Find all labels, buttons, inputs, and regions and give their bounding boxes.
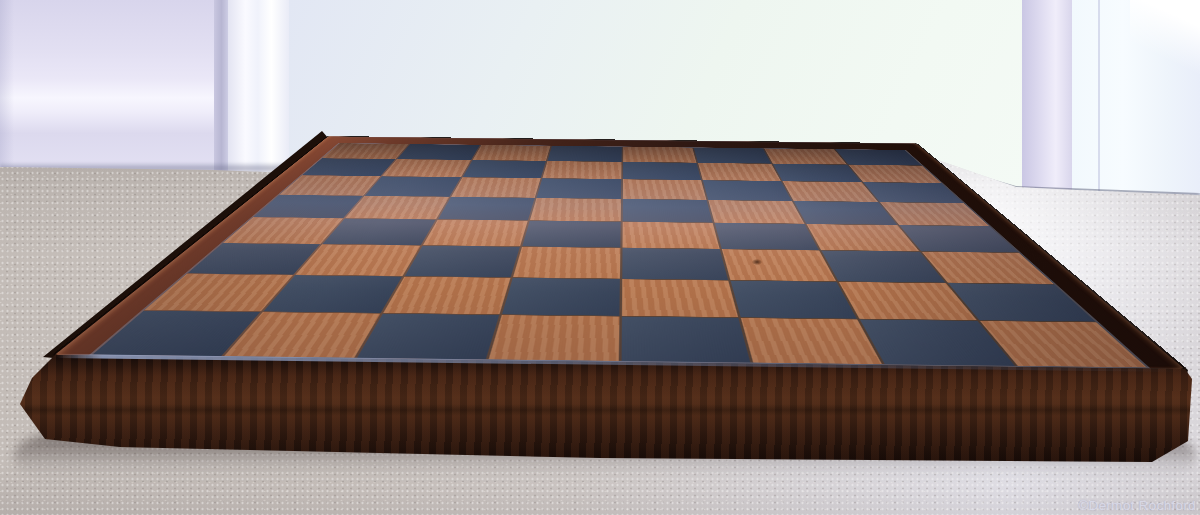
square-e4 [622, 222, 720, 249]
square-e2 [621, 279, 738, 317]
photo-scene: ©Dermot Rochford [0, 0, 1200, 515]
square-f5 [708, 200, 804, 223]
square-f2 [730, 281, 857, 319]
square-e3 [622, 248, 728, 280]
square-g6 [783, 181, 878, 201]
square-c7 [463, 160, 546, 178]
square-e5 [622, 199, 712, 222]
square-c3 [405, 246, 520, 278]
square-g7 [773, 164, 861, 182]
square-f4 [714, 223, 819, 250]
square-a6 [280, 175, 381, 195]
square-f3 [722, 249, 837, 281]
square-a7 [302, 158, 395, 176]
square-c8 [473, 145, 551, 161]
square-a5 [254, 195, 364, 218]
square-c5 [438, 197, 535, 220]
square-c2 [383, 277, 511, 315]
square-h5 [880, 202, 989, 226]
square-b6 [365, 176, 460, 196]
watermark: ©Dermot Rochford [1078, 498, 1196, 513]
square-c1 [357, 314, 500, 360]
square-d5 [530, 198, 621, 221]
square-c6 [451, 177, 541, 197]
square-b5 [346, 196, 449, 219]
square-d1 [489, 315, 619, 361]
square-f6 [703, 180, 792, 200]
corner-highlight [1130, 0, 1200, 75]
left-door [0, 0, 222, 178]
square-b7 [382, 159, 470, 177]
square-h6 [863, 182, 963, 203]
square-e8 [623, 147, 696, 163]
square-e7 [623, 162, 701, 180]
left-door-edge [214, 0, 229, 180]
square-h8 [835, 149, 921, 165]
square-e1 [621, 317, 750, 363]
wood-knot [752, 259, 762, 265]
square-d7 [543, 161, 622, 179]
square-f8 [694, 148, 772, 164]
right-wall-panel-line [1098, 0, 1100, 200]
square-b8 [397, 144, 479, 160]
square-e6 [622, 179, 706, 199]
left-door-jamb [228, 0, 290, 182]
right-door-jamb [1022, 0, 1074, 198]
square-g8 [765, 148, 847, 164]
square-d3 [513, 247, 620, 279]
square-d6 [537, 178, 621, 198]
square-c4 [423, 220, 528, 247]
square-f7 [698, 163, 781, 181]
square-f1 [741, 318, 883, 364]
square-a8 [322, 143, 409, 159]
square-h7 [848, 165, 941, 183]
square-b4 [323, 218, 436, 245]
square-d2 [502, 278, 619, 316]
square-d8 [548, 146, 622, 162]
square-d4 [522, 221, 620, 248]
